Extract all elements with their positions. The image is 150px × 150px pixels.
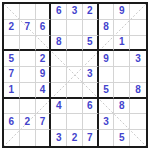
sudoku-cell-r3c9[interactable] bbox=[130, 36, 146, 52]
sudoku-cell-r2c2[interactable]: 7 bbox=[20, 20, 36, 36]
sudoku-cell-r5c2[interactable] bbox=[20, 67, 36, 83]
sudoku-cell-r9c2[interactable] bbox=[20, 130, 36, 146]
sudoku-cell-r1c3[interactable] bbox=[36, 4, 52, 20]
sudoku-cell-r4c2[interactable] bbox=[20, 51, 36, 67]
sudoku-cell-r2c8[interactable] bbox=[114, 20, 130, 36]
sudoku-cell-r3c1[interactable] bbox=[4, 36, 20, 52]
sudoku-cell-r7c9[interactable] bbox=[130, 99, 146, 115]
sudoku-page: 632927688515293793145846862733275 bbox=[0, 0, 150, 150]
sudoku-cell-r1c1[interactable] bbox=[4, 4, 20, 20]
sudoku-cell-r1c7[interactable] bbox=[99, 4, 115, 20]
sudoku-cell-r6c3[interactable]: 4 bbox=[36, 83, 52, 99]
sudoku-cell-r2c9[interactable] bbox=[130, 20, 146, 36]
sudoku-cell-r5c5[interactable] bbox=[67, 67, 83, 83]
sudoku-cell-r8c1[interactable]: 6 bbox=[4, 114, 20, 130]
sudoku-cell-r8c6[interactable] bbox=[83, 114, 99, 130]
sudoku-cell-r4c8[interactable] bbox=[114, 51, 130, 67]
sudoku-cell-r4c4[interactable] bbox=[51, 51, 67, 67]
sudoku-cell-r8c2[interactable]: 2 bbox=[20, 114, 36, 130]
sudoku-cell-r5c4[interactable] bbox=[51, 67, 67, 83]
sudoku-cell-r4c9[interactable]: 3 bbox=[130, 51, 146, 67]
sudoku-cell-r6c8[interactable] bbox=[114, 83, 130, 99]
sudoku-cell-r1c4[interactable]: 6 bbox=[51, 4, 67, 20]
sudoku-cell-r5c6[interactable]: 3 bbox=[83, 67, 99, 83]
sudoku-cell-r4c3[interactable]: 2 bbox=[36, 51, 52, 67]
sudoku-cell-r3c8[interactable]: 1 bbox=[114, 36, 130, 52]
sudoku-cell-r8c9[interactable] bbox=[130, 114, 146, 130]
sudoku-cell-r4c7[interactable]: 9 bbox=[99, 51, 115, 67]
sudoku-cell-r9c9[interactable] bbox=[130, 130, 146, 146]
sudoku-grid: 632927688515293793145846862733275 bbox=[4, 4, 146, 146]
sudoku-cell-r6c6[interactable] bbox=[83, 83, 99, 99]
sudoku-cell-r5c7[interactable] bbox=[99, 67, 115, 83]
sudoku-cell-r1c2[interactable] bbox=[20, 4, 36, 20]
sudoku-cell-r6c9[interactable]: 8 bbox=[130, 83, 146, 99]
sudoku-cell-r3c7[interactable] bbox=[99, 36, 115, 52]
sudoku-cell-r1c6[interactable]: 2 bbox=[83, 4, 99, 20]
sudoku-cell-r2c6[interactable] bbox=[83, 20, 99, 36]
sudoku-cell-r7c8[interactable]: 8 bbox=[114, 99, 130, 115]
sudoku-cell-r3c3[interactable] bbox=[36, 36, 52, 52]
sudoku-cell-r7c4[interactable]: 4 bbox=[51, 99, 67, 115]
sudoku-cell-r6c1[interactable]: 1 bbox=[4, 83, 20, 99]
sudoku-cell-r5c9[interactable] bbox=[130, 67, 146, 83]
sudoku-cell-r7c1[interactable] bbox=[4, 99, 20, 115]
sudoku-cell-r8c8[interactable] bbox=[114, 114, 130, 130]
sudoku-cell-r9c5[interactable]: 2 bbox=[67, 130, 83, 146]
sudoku-cell-r2c5[interactable] bbox=[67, 20, 83, 36]
sudoku-cell-r2c4[interactable] bbox=[51, 20, 67, 36]
sudoku-cell-r9c4[interactable]: 3 bbox=[51, 130, 67, 146]
sudoku-cell-r6c4[interactable] bbox=[51, 83, 67, 99]
sudoku-cell-r9c3[interactable] bbox=[36, 130, 52, 146]
sudoku-cell-r8c3[interactable]: 7 bbox=[36, 114, 52, 130]
sudoku-cell-r2c7[interactable]: 8 bbox=[99, 20, 115, 36]
sudoku-cell-r2c3[interactable]: 6 bbox=[36, 20, 52, 36]
sudoku-cell-r5c1[interactable]: 7 bbox=[4, 67, 20, 83]
sudoku-cell-r1c8[interactable]: 9 bbox=[114, 4, 130, 20]
sudoku-board: 632927688515293793145846862733275 bbox=[2, 2, 148, 148]
sudoku-cell-r3c2[interactable] bbox=[20, 36, 36, 52]
sudoku-cell-r8c5[interactable] bbox=[67, 114, 83, 130]
sudoku-cell-r9c7[interactable] bbox=[99, 130, 115, 146]
sudoku-cell-r6c7[interactable]: 5 bbox=[99, 83, 115, 99]
sudoku-cell-r7c2[interactable] bbox=[20, 99, 36, 115]
sudoku-cell-r7c3[interactable] bbox=[36, 99, 52, 115]
sudoku-cell-r5c3[interactable]: 9 bbox=[36, 67, 52, 83]
sudoku-cell-r9c1[interactable] bbox=[4, 130, 20, 146]
sudoku-cell-r7c7[interactable] bbox=[99, 99, 115, 115]
sudoku-cell-r8c7[interactable]: 3 bbox=[99, 114, 115, 130]
sudoku-cell-r3c5[interactable] bbox=[67, 36, 83, 52]
sudoku-cell-r6c2[interactable] bbox=[20, 83, 36, 99]
sudoku-cell-r9c8[interactable]: 5 bbox=[114, 130, 130, 146]
sudoku-cell-r3c4[interactable]: 8 bbox=[51, 36, 67, 52]
sudoku-cell-r1c9[interactable] bbox=[130, 4, 146, 20]
sudoku-cell-r8c4[interactable] bbox=[51, 114, 67, 130]
sudoku-cell-r7c6[interactable]: 6 bbox=[83, 99, 99, 115]
sudoku-cell-r5c8[interactable] bbox=[114, 67, 130, 83]
sudoku-cell-r6c5[interactable] bbox=[67, 83, 83, 99]
sudoku-cell-r2c1[interactable]: 2 bbox=[4, 20, 20, 36]
sudoku-cell-r1c5[interactable]: 3 bbox=[67, 4, 83, 20]
sudoku-cell-r7c5[interactable] bbox=[67, 99, 83, 115]
sudoku-cell-r4c6[interactable] bbox=[83, 51, 99, 67]
sudoku-cell-r3c6[interactable]: 5 bbox=[83, 36, 99, 52]
sudoku-cell-r9c6[interactable]: 7 bbox=[83, 130, 99, 146]
sudoku-cell-r4c5[interactable] bbox=[67, 51, 83, 67]
sudoku-cell-r4c1[interactable]: 5 bbox=[4, 51, 20, 67]
